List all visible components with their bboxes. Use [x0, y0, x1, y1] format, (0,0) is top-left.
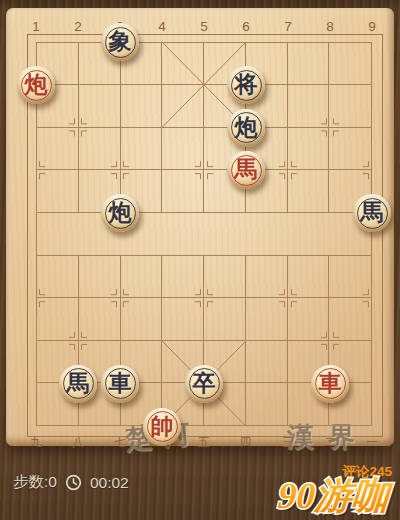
piece-glyph: 炮: [235, 109, 258, 147]
clock-icon: [65, 474, 82, 491]
piece-glyph: 車: [109, 365, 132, 403]
status-bar: 步数:0 00:02 评论245 90游咖 90游咖: [0, 446, 400, 520]
piece-glyph: 馬: [235, 151, 258, 189]
piece-glyph: 馬: [67, 365, 90, 403]
piece-black-horse[interactable]: 馬: [353, 194, 391, 232]
piece-red-cannon[interactable]: 炮: [17, 66, 55, 104]
piece-black-chariot[interactable]: 車: [101, 365, 139, 403]
move-counter: 步数:0: [13, 472, 57, 493]
piece-glyph: 炮: [109, 194, 132, 232]
piece-black-cannon[interactable]: 炮: [227, 109, 265, 147]
piece-glyph: 帥: [151, 408, 174, 446]
piece-glyph: 馬: [361, 194, 384, 232]
piece-black-cannon[interactable]: 炮: [101, 194, 139, 232]
piece-black-general[interactable]: 将: [227, 66, 265, 104]
piece-glyph: 将: [235, 66, 258, 104]
piece-black-soldier[interactable]: 卒: [185, 365, 223, 403]
piece-glyph: 卒: [193, 365, 216, 403]
piece-red-general[interactable]: 帥: [143, 408, 181, 446]
timer-value: 00:02: [90, 474, 129, 492]
piece-black-elephant[interactable]: 象: [101, 23, 139, 61]
xiangqi-app: 楚河 漢界 123456789 九八七六五四三二一 象炮将炮馬炮馬馬車卒車帥 步…: [0, 0, 400, 520]
piece-glyph: 象: [109, 23, 132, 61]
watermark-logo: 90游咖 90游咖: [269, 461, 400, 520]
piece-glyph: 車: [319, 365, 342, 403]
pieces-layer: 象炮将炮馬炮馬馬車卒車帥: [15, 21, 393, 448]
piece-glyph: 炮: [25, 66, 48, 104]
watermark-text: 90游咖: [277, 475, 395, 516]
piece-red-horse[interactable]: 馬: [227, 151, 265, 189]
piece-red-chariot[interactable]: 車: [311, 365, 349, 403]
piece-black-horse[interactable]: 馬: [59, 365, 97, 403]
xiangqi-board: 楚河 漢界 123456789 九八七六五四三二一 象炮将炮馬炮馬馬車卒車帥: [6, 8, 394, 446]
